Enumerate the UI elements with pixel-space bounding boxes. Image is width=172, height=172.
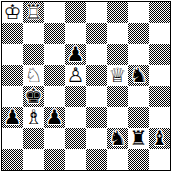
piece-white-P-d5[interactable]: ♟♙ bbox=[65, 65, 86, 86]
square-e8[interactable] bbox=[86, 2, 107, 23]
square-b2[interactable] bbox=[23, 128, 44, 149]
white-piece-outline: ♕ bbox=[107, 65, 128, 86]
square-e5[interactable] bbox=[86, 65, 107, 86]
white-piece-outline: ♙ bbox=[65, 65, 86, 86]
square-f3[interactable] bbox=[107, 107, 128, 128]
square-h6[interactable] bbox=[149, 44, 170, 65]
chess-diagram: ♚♔♜♖♟♞♘♟♙♛♕♞♚♟♝♗♟♞♜♝ bbox=[0, 0, 172, 172]
square-b7[interactable] bbox=[23, 23, 44, 44]
square-d7[interactable] bbox=[65, 23, 86, 44]
square-c4[interactable] bbox=[44, 86, 65, 107]
piece-white-Q-f5[interactable]: ♛♕ bbox=[107, 65, 128, 86]
square-f8[interactable] bbox=[107, 2, 128, 23]
square-g7[interactable] bbox=[128, 23, 149, 44]
square-b6[interactable] bbox=[23, 44, 44, 65]
square-h3[interactable] bbox=[149, 107, 170, 128]
square-c1[interactable] bbox=[44, 149, 65, 170]
square-a7[interactable] bbox=[2, 23, 23, 44]
square-b1[interactable] bbox=[23, 149, 44, 170]
piece-black-B-h2[interactable]: ♝ bbox=[149, 128, 170, 149]
white-piece-outline: ♔ bbox=[2, 2, 23, 23]
white-piece-outline: ♗ bbox=[23, 107, 44, 128]
black-piece-glyph: ♟ bbox=[65, 44, 86, 65]
black-piece-glyph: ♝ bbox=[149, 128, 170, 149]
square-e6[interactable] bbox=[86, 44, 107, 65]
square-a4[interactable] bbox=[2, 86, 23, 107]
square-g4[interactable] bbox=[128, 86, 149, 107]
piece-black-K-b4[interactable]: ♚ bbox=[23, 86, 44, 107]
square-a6[interactable] bbox=[2, 44, 23, 65]
square-f7[interactable] bbox=[107, 23, 128, 44]
square-e1[interactable] bbox=[86, 149, 107, 170]
square-h1[interactable] bbox=[149, 149, 170, 170]
square-g6[interactable] bbox=[128, 44, 149, 65]
piece-black-R-g2[interactable]: ♜ bbox=[128, 128, 149, 149]
square-h4[interactable] bbox=[149, 86, 170, 107]
square-c5[interactable] bbox=[44, 65, 65, 86]
square-c8[interactable] bbox=[44, 2, 65, 23]
square-h5[interactable] bbox=[149, 65, 170, 86]
square-g8[interactable] bbox=[128, 2, 149, 23]
black-piece-glyph: ♜ bbox=[128, 128, 149, 149]
square-a2[interactable] bbox=[2, 128, 23, 149]
square-d2[interactable] bbox=[65, 128, 86, 149]
square-e3[interactable] bbox=[86, 107, 107, 128]
piece-white-K-a8[interactable]: ♚♔ bbox=[2, 2, 23, 23]
square-g1[interactable] bbox=[128, 149, 149, 170]
square-h7[interactable] bbox=[149, 23, 170, 44]
piece-white-N-b5[interactable]: ♞♘ bbox=[23, 65, 44, 86]
piece-black-P-d6[interactable]: ♟ bbox=[65, 44, 86, 65]
square-d8[interactable] bbox=[65, 2, 86, 23]
square-h8[interactable] bbox=[149, 2, 170, 23]
square-a5[interactable] bbox=[2, 65, 23, 86]
black-piece-glyph: ♟ bbox=[44, 107, 65, 128]
square-d4[interactable] bbox=[65, 86, 86, 107]
square-g3[interactable] bbox=[128, 107, 149, 128]
square-d1[interactable] bbox=[65, 149, 86, 170]
square-c6[interactable] bbox=[44, 44, 65, 65]
piece-black-P-a3[interactable]: ♟ bbox=[2, 107, 23, 128]
white-piece-outline: ♘ bbox=[23, 65, 44, 86]
white-piece-outline: ♖ bbox=[23, 2, 44, 23]
square-f4[interactable] bbox=[107, 86, 128, 107]
square-f6[interactable] bbox=[107, 44, 128, 65]
black-piece-glyph: ♟ bbox=[2, 107, 23, 128]
square-c2[interactable] bbox=[44, 128, 65, 149]
square-f1[interactable] bbox=[107, 149, 128, 170]
black-piece-glyph: ♚ bbox=[23, 86, 44, 107]
square-e4[interactable] bbox=[86, 86, 107, 107]
square-c7[interactable] bbox=[44, 23, 65, 44]
square-e2[interactable] bbox=[86, 128, 107, 149]
black-piece-glyph: ♞ bbox=[128, 65, 149, 86]
piece-black-P-c3[interactable]: ♟ bbox=[44, 107, 65, 128]
black-piece-glyph: ♞ bbox=[107, 128, 128, 149]
piece-white-B-b3[interactable]: ♝♗ bbox=[23, 107, 44, 128]
piece-white-R-b8[interactable]: ♜♖ bbox=[23, 2, 44, 23]
square-a1[interactable] bbox=[2, 149, 23, 170]
piece-black-N-f2[interactable]: ♞ bbox=[107, 128, 128, 149]
square-d3[interactable] bbox=[65, 107, 86, 128]
square-e7[interactable] bbox=[86, 23, 107, 44]
piece-black-N-g5[interactable]: ♞ bbox=[128, 65, 149, 86]
